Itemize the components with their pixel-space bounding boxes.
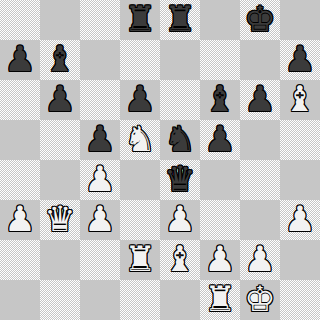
square-d5[interactable]: ♞	[120, 120, 160, 160]
square-h3[interactable]: ♟	[280, 200, 320, 240]
square-b4[interactable]	[40, 160, 80, 200]
square-g7[interactable]	[240, 40, 280, 80]
square-c8[interactable]	[80, 0, 120, 40]
piece-white-knight: ♞	[124, 120, 155, 159]
piece-white-bishop: ♝	[164, 240, 195, 279]
piece-black-rook: ♜	[164, 0, 195, 39]
piece-black-bishop: ♝	[204, 80, 235, 119]
square-c4[interactable]: ♟	[80, 160, 120, 200]
piece-white-pawn: ♟	[84, 160, 115, 199]
square-a8[interactable]	[0, 0, 40, 40]
piece-black-pawn: ♟	[4, 40, 35, 79]
square-a3[interactable]: ♟	[0, 200, 40, 240]
square-e3[interactable]: ♟	[160, 200, 200, 240]
square-c6[interactable]	[80, 80, 120, 120]
piece-black-rook: ♜	[124, 0, 155, 39]
square-e8[interactable]: ♜	[160, 0, 200, 40]
square-b7[interactable]: ♝	[40, 40, 80, 80]
piece-black-pawn: ♟	[124, 80, 155, 119]
piece-black-pawn: ♟	[84, 120, 115, 159]
square-e7[interactable]	[160, 40, 200, 80]
square-b5[interactable]	[40, 120, 80, 160]
square-c3[interactable]: ♟	[80, 200, 120, 240]
square-d4[interactable]	[120, 160, 160, 200]
piece-white-pawn: ♟	[204, 240, 235, 279]
square-f3[interactable]	[200, 200, 240, 240]
square-g5[interactable]	[240, 120, 280, 160]
square-b1[interactable]	[40, 280, 80, 320]
square-h2[interactable]	[280, 240, 320, 280]
square-g4[interactable]	[240, 160, 280, 200]
piece-white-rook: ♜	[124, 240, 155, 279]
square-h5[interactable]	[280, 120, 320, 160]
square-g3[interactable]	[240, 200, 280, 240]
square-d3[interactable]	[120, 200, 160, 240]
piece-black-pawn: ♟	[244, 80, 275, 119]
square-c7[interactable]	[80, 40, 120, 80]
piece-white-pawn: ♟	[244, 240, 275, 279]
square-g2[interactable]: ♟	[240, 240, 280, 280]
piece-black-pawn: ♟	[204, 120, 235, 159]
square-g6[interactable]: ♟	[240, 80, 280, 120]
square-a1[interactable]	[0, 280, 40, 320]
square-f1[interactable]: ♜	[200, 280, 240, 320]
square-h1[interactable]	[280, 280, 320, 320]
piece-white-pawn: ♟	[4, 200, 35, 239]
piece-black-pawn: ♟	[284, 40, 315, 79]
square-h7[interactable]: ♟	[280, 40, 320, 80]
square-g1[interactable]: ♚	[240, 280, 280, 320]
square-c2[interactable]	[80, 240, 120, 280]
piece-white-pawn: ♟	[164, 200, 195, 239]
square-h6[interactable]: ♝	[280, 80, 320, 120]
square-e2[interactable]: ♝	[160, 240, 200, 280]
square-e1[interactable]	[160, 280, 200, 320]
chess-board: ♜♜♚♟♝♟♟♟♝♟♝♟♞♞♟♟♛♟♛♟♟♟♜♝♟♟♜♚	[0, 0, 320, 320]
piece-white-queen: ♛	[44, 200, 75, 239]
piece-white-king: ♚	[244, 280, 275, 319]
square-d1[interactable]	[120, 280, 160, 320]
square-h8[interactable]	[280, 0, 320, 40]
square-g8[interactable]: ♚	[240, 0, 280, 40]
square-h4[interactable]	[280, 160, 320, 200]
square-a2[interactable]	[0, 240, 40, 280]
square-d6[interactable]: ♟	[120, 80, 160, 120]
piece-white-rook: ♜	[204, 280, 235, 319]
piece-white-pawn: ♟	[84, 200, 115, 239]
square-e5[interactable]: ♞	[160, 120, 200, 160]
square-b6[interactable]: ♟	[40, 80, 80, 120]
square-f5[interactable]: ♟	[200, 120, 240, 160]
square-f2[interactable]: ♟	[200, 240, 240, 280]
piece-white-pawn: ♟	[284, 200, 315, 239]
piece-black-queen: ♛	[164, 160, 195, 199]
square-a6[interactable]	[0, 80, 40, 120]
square-b2[interactable]	[40, 240, 80, 280]
square-b8[interactable]	[40, 0, 80, 40]
square-d8[interactable]: ♜	[120, 0, 160, 40]
square-d2[interactable]: ♜	[120, 240, 160, 280]
piece-black-knight: ♞	[164, 120, 195, 159]
square-f6[interactable]: ♝	[200, 80, 240, 120]
square-f4[interactable]	[200, 160, 240, 200]
square-d7[interactable]	[120, 40, 160, 80]
square-b3[interactable]: ♛	[40, 200, 80, 240]
square-a4[interactable]	[0, 160, 40, 200]
square-c1[interactable]	[80, 280, 120, 320]
square-f7[interactable]	[200, 40, 240, 80]
square-a7[interactable]: ♟	[0, 40, 40, 80]
square-a5[interactable]	[0, 120, 40, 160]
piece-white-bishop: ♝	[284, 80, 315, 119]
square-e6[interactable]	[160, 80, 200, 120]
piece-black-king: ♚	[244, 0, 275, 39]
square-c5[interactable]: ♟	[80, 120, 120, 160]
piece-black-bishop: ♝	[44, 40, 75, 79]
piece-black-pawn: ♟	[44, 80, 75, 119]
square-e4[interactable]: ♛	[160, 160, 200, 200]
square-f8[interactable]	[200, 0, 240, 40]
